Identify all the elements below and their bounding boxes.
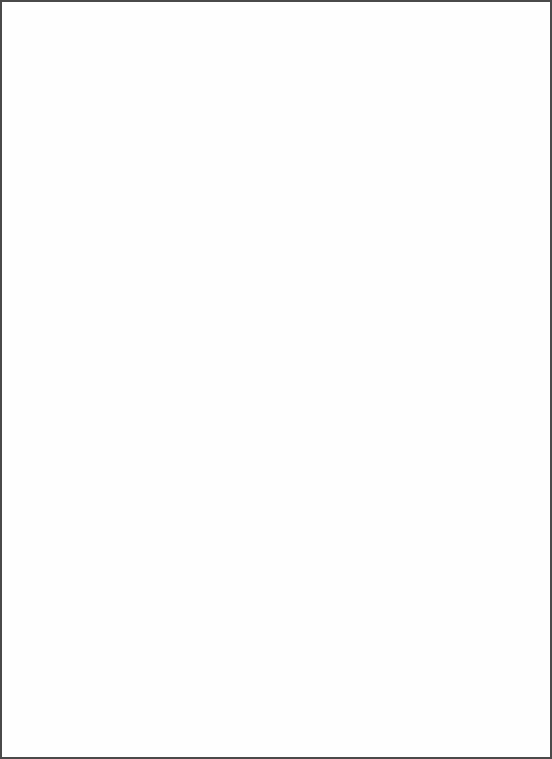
xiangqi-diagram-page: [0, 0, 552, 759]
pieces-layer: [9, 71, 525, 643]
